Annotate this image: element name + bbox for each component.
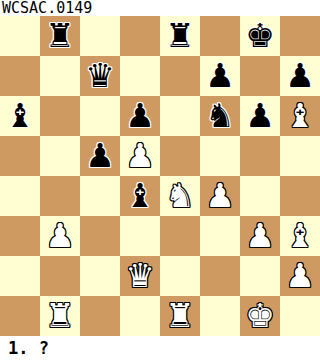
piece-black-pawn[interactable]: ♟ bbox=[125, 96, 155, 136]
square-d2[interactable]: ♛ bbox=[120, 256, 160, 296]
piece-black-pawn[interactable]: ♟ bbox=[285, 56, 315, 96]
square-a8[interactable] bbox=[0, 16, 40, 56]
square-h3[interactable]: ♝ bbox=[280, 216, 320, 256]
piece-black-pawn[interactable]: ♟ bbox=[85, 136, 115, 176]
piece-white-pawn[interactable]: ♟ bbox=[45, 216, 75, 256]
square-e1[interactable]: ♜ bbox=[160, 296, 200, 336]
square-b5[interactable] bbox=[40, 136, 80, 176]
square-c8[interactable] bbox=[80, 16, 120, 56]
square-e8[interactable]: ♜ bbox=[160, 16, 200, 56]
square-h5[interactable] bbox=[280, 136, 320, 176]
square-b4[interactable] bbox=[40, 176, 80, 216]
piece-black-rook[interactable]: ♜ bbox=[165, 16, 195, 56]
piece-black-pawn[interactable]: ♟ bbox=[245, 96, 275, 136]
square-c3[interactable] bbox=[80, 216, 120, 256]
square-f3[interactable] bbox=[200, 216, 240, 256]
square-g1[interactable]: ♚ bbox=[240, 296, 280, 336]
square-c4[interactable] bbox=[80, 176, 120, 216]
square-b7[interactable] bbox=[40, 56, 80, 96]
piece-black-king[interactable]: ♚ bbox=[245, 16, 275, 56]
piece-white-bishop[interactable]: ♝ bbox=[285, 216, 315, 256]
square-b8[interactable]: ♜ bbox=[40, 16, 80, 56]
square-d5[interactable]: ♟ bbox=[120, 136, 160, 176]
piece-black-rook[interactable]: ♜ bbox=[45, 16, 75, 56]
square-a1[interactable] bbox=[0, 296, 40, 336]
square-g6[interactable]: ♟ bbox=[240, 96, 280, 136]
square-f4[interactable]: ♟ bbox=[200, 176, 240, 216]
square-g7[interactable] bbox=[240, 56, 280, 96]
square-d6[interactable]: ♟ bbox=[120, 96, 160, 136]
piece-white-rook[interactable]: ♜ bbox=[165, 296, 195, 336]
square-d8[interactable] bbox=[120, 16, 160, 56]
square-b2[interactable] bbox=[40, 256, 80, 296]
piece-white-pawn[interactable]: ♟ bbox=[205, 176, 235, 216]
square-a5[interactable] bbox=[0, 136, 40, 176]
square-h6[interactable]: ♝ bbox=[280, 96, 320, 136]
square-h7[interactable]: ♟ bbox=[280, 56, 320, 96]
piece-black-pawn[interactable]: ♟ bbox=[205, 56, 235, 96]
square-c6[interactable] bbox=[80, 96, 120, 136]
square-a2[interactable] bbox=[0, 256, 40, 296]
square-f1[interactable] bbox=[200, 296, 240, 336]
square-h2[interactable]: ♟ bbox=[280, 256, 320, 296]
square-d1[interactable] bbox=[120, 296, 160, 336]
square-a3[interactable] bbox=[0, 216, 40, 256]
square-a6[interactable]: ♝ bbox=[0, 96, 40, 136]
piece-black-bishop[interactable]: ♝ bbox=[125, 176, 155, 216]
piece-white-queen[interactable]: ♛ bbox=[125, 256, 155, 296]
square-h8[interactable] bbox=[280, 16, 320, 56]
square-e2[interactable] bbox=[160, 256, 200, 296]
square-f7[interactable]: ♟ bbox=[200, 56, 240, 96]
square-g5[interactable] bbox=[240, 136, 280, 176]
square-g3[interactable]: ♟ bbox=[240, 216, 280, 256]
piece-black-knight[interactable]: ♞ bbox=[205, 96, 235, 136]
square-a7[interactable] bbox=[0, 56, 40, 96]
piece-white-pawn[interactable]: ♟ bbox=[125, 136, 155, 176]
piece-white-rook[interactable]: ♜ bbox=[45, 296, 75, 336]
square-d7[interactable] bbox=[120, 56, 160, 96]
square-e6[interactable] bbox=[160, 96, 200, 136]
chess-app-window: WCSAC.0149 ♜♜♚♛♟♟♝♟♞♟♝♟♟♝♞♟♟♟♝♛♟♜♜♚ 1. ? bbox=[0, 0, 320, 360]
square-h1[interactable] bbox=[280, 296, 320, 336]
piece-black-bishop[interactable]: ♝ bbox=[5, 96, 35, 136]
piece-white-pawn[interactable]: ♟ bbox=[245, 216, 275, 256]
square-b3[interactable]: ♟ bbox=[40, 216, 80, 256]
square-d4[interactable]: ♝ bbox=[120, 176, 160, 216]
square-h4[interactable] bbox=[280, 176, 320, 216]
square-f6[interactable]: ♞ bbox=[200, 96, 240, 136]
square-c2[interactable] bbox=[80, 256, 120, 296]
square-e3[interactable] bbox=[160, 216, 200, 256]
square-a4[interactable] bbox=[0, 176, 40, 216]
square-g8[interactable]: ♚ bbox=[240, 16, 280, 56]
square-c7[interactable]: ♛ bbox=[80, 56, 120, 96]
square-g2[interactable] bbox=[240, 256, 280, 296]
piece-white-bishop[interactable]: ♝ bbox=[285, 96, 315, 136]
square-b1[interactable]: ♜ bbox=[40, 296, 80, 336]
chess-board: ♜♜♚♛♟♟♝♟♞♟♝♟♟♝♞♟♟♟♝♛♟♜♜♚ bbox=[0, 16, 320, 336]
square-f8[interactable] bbox=[200, 16, 240, 56]
square-e7[interactable] bbox=[160, 56, 200, 96]
piece-white-king[interactable]: ♚ bbox=[245, 296, 275, 336]
square-e4[interactable]: ♞ bbox=[160, 176, 200, 216]
square-b6[interactable] bbox=[40, 96, 80, 136]
piece-black-queen[interactable]: ♛ bbox=[85, 56, 115, 96]
square-c1[interactable] bbox=[80, 296, 120, 336]
square-f2[interactable] bbox=[200, 256, 240, 296]
square-e5[interactable] bbox=[160, 136, 200, 176]
piece-white-pawn[interactable]: ♟ bbox=[285, 256, 315, 296]
puzzle-title: WCSAC.0149 bbox=[0, 0, 320, 16]
piece-white-knight[interactable]: ♞ bbox=[165, 176, 195, 216]
square-g4[interactable] bbox=[240, 176, 280, 216]
move-prompt: 1. ? bbox=[0, 336, 320, 360]
square-d3[interactable] bbox=[120, 216, 160, 256]
square-c5[interactable]: ♟ bbox=[80, 136, 120, 176]
square-f5[interactable] bbox=[200, 136, 240, 176]
